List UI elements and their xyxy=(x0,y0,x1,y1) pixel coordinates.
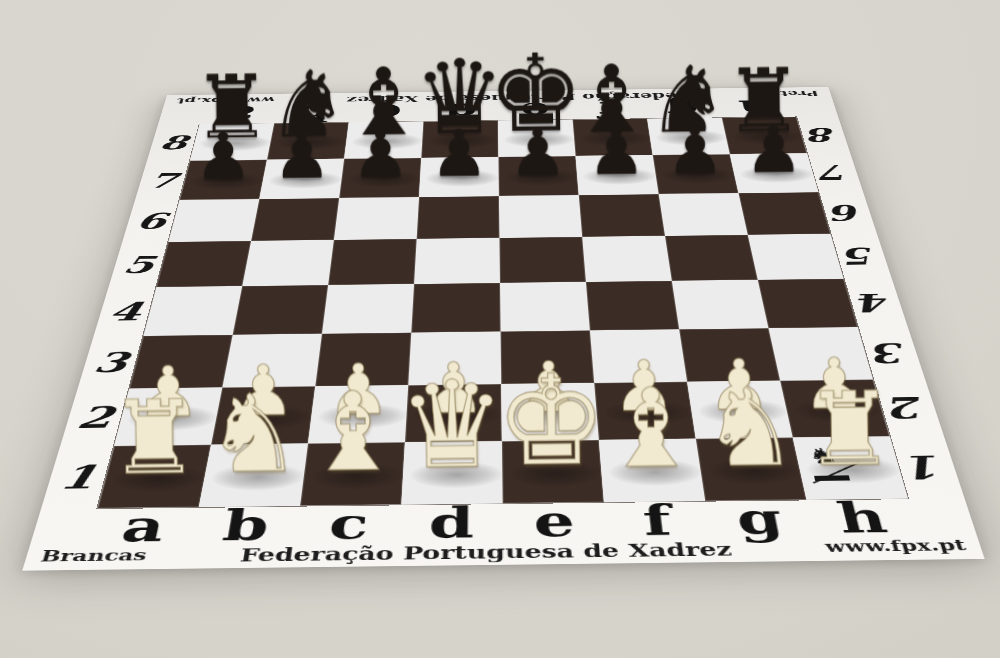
file-label-top-h: h xyxy=(738,100,776,116)
square-b3 xyxy=(222,334,322,388)
rank-label-left-7: 7 xyxy=(145,169,180,193)
rank-label-right-6: 6 xyxy=(829,200,866,225)
square-h4 xyxy=(758,279,858,329)
square-g5 xyxy=(665,235,758,281)
square-h5 xyxy=(748,234,844,280)
chess-mat: www.fpx.pt Federação Portuguesa de Xadre… xyxy=(22,87,984,571)
photo-scene: www.fpx.pt Federação Portuguesa de Xadre… xyxy=(0,0,1000,658)
file-label-bottom-e: e xyxy=(533,504,576,539)
square-c6 xyxy=(334,197,419,240)
piece-shadow xyxy=(661,167,736,184)
square-d8: ♛ xyxy=(421,121,498,158)
square-f8: ♝ xyxy=(573,119,653,156)
square-c8: ♝ xyxy=(344,121,423,158)
square-e2: ♟ xyxy=(501,383,599,441)
square-d6 xyxy=(417,196,500,239)
square-g2: ♟ xyxy=(687,381,793,439)
square-e3 xyxy=(501,330,595,384)
square-g8: ♞ xyxy=(647,118,730,155)
white-side-label: Brancas xyxy=(39,546,149,565)
square-c4 xyxy=(322,284,414,334)
piece-shadow xyxy=(413,402,501,427)
rank-label-left-4: 4 xyxy=(106,297,145,326)
file-label-bottom-h: h xyxy=(834,500,890,535)
square-h8: ♜ xyxy=(722,117,807,154)
piece-shadow xyxy=(510,460,603,487)
mat-middle: 87654321 ♜♞♝♛♚♝♞♜♟♟♟♟♟♟♟♟♟♟♟♟♟♟♟♟♜♞♝♛♚♝♞… xyxy=(41,116,964,509)
piece-shadow xyxy=(509,401,598,426)
square-a6 xyxy=(168,199,259,242)
square-b8: ♞ xyxy=(267,122,349,159)
file-label-bottom-f: f xyxy=(641,503,673,537)
square-h1: ♞♜ xyxy=(793,436,908,499)
rank-label-right-5: 5 xyxy=(842,242,880,269)
square-h6 xyxy=(739,192,831,235)
file-label-bottom-c: c xyxy=(328,507,370,542)
square-c7: ♟ xyxy=(339,158,421,198)
square-f3 xyxy=(590,329,687,383)
square-g1: ♞ xyxy=(696,438,807,501)
piece-shadow xyxy=(655,130,728,146)
square-h2: ♟ xyxy=(780,380,890,438)
piece-shadow xyxy=(275,134,347,150)
square-f4 xyxy=(586,281,679,331)
square-g7: ♟ xyxy=(653,154,739,194)
square-d7: ♟ xyxy=(419,157,499,197)
piece-shadow xyxy=(198,135,271,151)
square-a4 xyxy=(143,286,242,336)
square-b1: ♞ xyxy=(199,444,308,508)
piece-shadow xyxy=(426,170,499,187)
chess-board: ♜♞♝♛♚♝♞♜♟♟♟♟♟♟♟♟♟♟♟♟♟♟♟♟♜♞♝♛♚♝♞♞♜ xyxy=(98,117,908,508)
rank-label-right-8: 8 xyxy=(806,124,840,146)
piece-shadow xyxy=(318,404,408,429)
piece-shadow xyxy=(739,166,816,183)
file-label-top-a: a xyxy=(222,106,256,123)
mat-bottom-margin: abcdefgh Brancas Federação Portuguesa de… xyxy=(22,499,985,572)
piece-shadow xyxy=(347,171,421,188)
square-f7: ♟ xyxy=(576,155,659,195)
rank-label-left-2: 2 xyxy=(73,400,116,434)
piece-shadow xyxy=(210,464,305,491)
square-g6 xyxy=(659,193,748,236)
square-d3 xyxy=(408,332,501,386)
file-label-bottom-a: a xyxy=(119,509,169,544)
square-a2: ♟ xyxy=(114,388,222,446)
file-label-top-c: c xyxy=(372,104,402,120)
piece-shadow xyxy=(583,168,657,185)
piece-shadow xyxy=(110,465,207,492)
piece-shadow xyxy=(351,133,422,149)
square-e5 xyxy=(499,237,585,283)
file-label-top-e: e xyxy=(520,103,550,119)
square-h7: ♟ xyxy=(730,153,818,193)
square-g3 xyxy=(679,328,780,382)
rank-label-right-1: 1 xyxy=(903,448,950,485)
square-e1: ♚ xyxy=(502,440,604,503)
piece-shadow xyxy=(697,399,789,424)
square-d1: ♛ xyxy=(401,441,502,504)
square-a7: ♟ xyxy=(179,160,267,200)
piece-shadow xyxy=(268,171,343,188)
piece-shadow xyxy=(580,130,652,146)
square-d5 xyxy=(414,238,500,284)
square-b2: ♟ xyxy=(211,386,315,444)
square-d2: ♟ xyxy=(405,384,502,442)
rank-label-left-1: 1 xyxy=(55,458,101,495)
square-b4 xyxy=(233,285,328,335)
piece-shadow xyxy=(707,458,803,485)
federation-label-bottom: Federação Portuguesa de Xadrez xyxy=(239,539,733,566)
file-label-top-b: b xyxy=(295,105,330,122)
square-d4 xyxy=(411,283,500,333)
file-label-bottom-g: g xyxy=(734,502,785,537)
piece-shadow xyxy=(792,398,886,423)
file-label-top-g: g xyxy=(665,101,700,117)
square-a5 xyxy=(156,241,251,287)
rank-label-right-7: 7 xyxy=(817,160,852,183)
square-e7: ♟ xyxy=(498,156,578,196)
piece-shadow xyxy=(222,405,313,430)
square-g4 xyxy=(672,280,769,330)
square-c5 xyxy=(328,239,417,285)
piece-shadow xyxy=(188,172,264,189)
square-a1: ♜ xyxy=(98,445,212,509)
file-label-bottom-b: b xyxy=(221,508,272,543)
rank-label-left-3: 3 xyxy=(90,346,131,378)
square-a8: ♜ xyxy=(190,123,274,160)
square-c1: ♝ xyxy=(300,442,405,505)
square-e8: ♚ xyxy=(498,120,576,157)
square-c2: ♟ xyxy=(308,385,408,443)
square-h3 xyxy=(768,327,873,381)
piece-shadow xyxy=(504,131,575,147)
file-label-top-f: f xyxy=(598,102,620,118)
rank-label-left-5: 5 xyxy=(120,251,158,278)
square-e4 xyxy=(500,282,590,332)
rank-label-right-4: 4 xyxy=(855,288,895,317)
piece-shadow xyxy=(428,132,498,148)
piece-shadow xyxy=(730,129,804,145)
square-b7: ♟ xyxy=(259,159,344,199)
piece-shadow xyxy=(410,461,502,488)
square-e6 xyxy=(499,195,582,238)
piece-shadow xyxy=(310,462,404,489)
square-c3 xyxy=(315,333,411,387)
file-label-top-d: d xyxy=(444,103,477,120)
rank-label-right-2: 2 xyxy=(886,390,930,424)
square-b6 xyxy=(251,198,339,241)
website-label-bottom: www.fpx.pt xyxy=(823,536,968,555)
square-f2: ♟ xyxy=(594,382,696,440)
rank-label-left-8: 8 xyxy=(157,132,190,154)
square-f1: ♝ xyxy=(599,439,705,502)
square-f6 xyxy=(579,194,665,237)
rank-label-right-3: 3 xyxy=(870,337,912,368)
piece-shadow xyxy=(126,406,219,431)
square-f5 xyxy=(582,236,672,282)
file-label-bottom-d: d xyxy=(428,505,474,540)
square-b5 xyxy=(242,240,334,286)
piece-shadow xyxy=(603,400,693,425)
website-label-top: www.fpx.pt xyxy=(176,96,276,106)
piece-shadow xyxy=(505,169,578,186)
rank-label-left-6: 6 xyxy=(133,208,169,233)
square-a3 xyxy=(129,335,232,389)
piece-shadow xyxy=(608,459,702,486)
